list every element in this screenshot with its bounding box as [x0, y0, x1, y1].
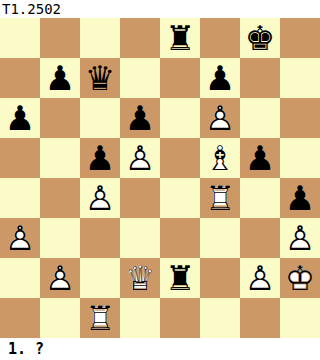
- square-b2[interactable]: ♟♙: [40, 258, 80, 298]
- chess-board: ♜♚♟♛♟♟♟♟♙♟♟♙♝♗♟♟♙♜♖♟♟♙♟♙♟♙♛♕♜♟♙♚♔♜♖: [0, 18, 320, 338]
- square-d7[interactable]: [120, 58, 160, 98]
- piece-white-king[interactable]: ♚♔: [280, 258, 320, 298]
- piece-fill: ♟: [200, 58, 240, 98]
- piece-fill: ♟: [280, 178, 320, 218]
- square-g1[interactable]: [240, 298, 280, 338]
- piece-black-pawn[interactable]: ♟: [120, 98, 160, 138]
- square-f3[interactable]: [200, 218, 240, 258]
- square-f1[interactable]: [200, 298, 240, 338]
- piece-white-pawn[interactable]: ♟♙: [120, 138, 160, 178]
- square-a4[interactable]: [0, 178, 40, 218]
- square-e1[interactable]: [160, 298, 200, 338]
- square-b8[interactable]: [40, 18, 80, 58]
- square-b1[interactable]: [40, 298, 80, 338]
- piece-outline: ♙: [120, 138, 160, 178]
- square-e4[interactable]: [160, 178, 200, 218]
- piece-black-pawn[interactable]: ♟: [40, 58, 80, 98]
- piece-outline: ♖: [80, 298, 120, 338]
- piece-outline: ♔: [280, 258, 320, 298]
- square-c5[interactable]: ♟: [80, 138, 120, 178]
- square-h8[interactable]: [280, 18, 320, 58]
- square-f5[interactable]: ♝♗: [200, 138, 240, 178]
- square-b6[interactable]: [40, 98, 80, 138]
- square-f8[interactable]: [200, 18, 240, 58]
- square-d3[interactable]: [120, 218, 160, 258]
- square-a2[interactable]: [0, 258, 40, 298]
- square-d1[interactable]: [120, 298, 160, 338]
- square-h7[interactable]: [280, 58, 320, 98]
- square-c2[interactable]: [80, 258, 120, 298]
- square-c6[interactable]: [80, 98, 120, 138]
- piece-outline: ♙: [0, 218, 40, 258]
- piece-fill: ♟: [120, 98, 160, 138]
- square-f2[interactable]: [200, 258, 240, 298]
- square-e7[interactable]: [160, 58, 200, 98]
- square-a1[interactable]: [0, 298, 40, 338]
- tactics-trainer-window: T1.2502 ♜♚♟♛♟♟♟♟♙♟♟♙♝♗♟♟♙♜♖♟♟♙♟♙♟♙♛♕♜♟♙♚…: [0, 0, 320, 360]
- square-f4[interactable]: ♜♖: [200, 178, 240, 218]
- square-e6[interactable]: [160, 98, 200, 138]
- square-g7[interactable]: [240, 58, 280, 98]
- square-h6[interactable]: [280, 98, 320, 138]
- square-c4[interactable]: ♟♙: [80, 178, 120, 218]
- square-g2[interactable]: ♟♙: [240, 258, 280, 298]
- square-g8[interactable]: ♚: [240, 18, 280, 58]
- piece-black-pawn[interactable]: ♟: [0, 98, 40, 138]
- square-f7[interactable]: ♟: [200, 58, 240, 98]
- piece-white-pawn[interactable]: ♟♙: [200, 98, 240, 138]
- square-g5[interactable]: ♟: [240, 138, 280, 178]
- square-h1[interactable]: [280, 298, 320, 338]
- piece-black-rook[interactable]: ♜: [160, 258, 200, 298]
- piece-white-pawn[interactable]: ♟♙: [280, 218, 320, 258]
- square-d4[interactable]: [120, 178, 160, 218]
- square-c3[interactable]: [80, 218, 120, 258]
- square-c8[interactable]: [80, 18, 120, 58]
- piece-outline: ♙: [280, 218, 320, 258]
- piece-black-pawn[interactable]: ♟: [240, 138, 280, 178]
- square-a6[interactable]: ♟: [0, 98, 40, 138]
- square-b5[interactable]: [40, 138, 80, 178]
- square-a5[interactable]: [0, 138, 40, 178]
- piece-white-rook[interactable]: ♜♖: [80, 298, 120, 338]
- piece-white-pawn[interactable]: ♟♙: [0, 218, 40, 258]
- square-h3[interactable]: ♟♙: [280, 218, 320, 258]
- square-h4[interactable]: ♟: [280, 178, 320, 218]
- piece-fill: ♟: [40, 58, 80, 98]
- piece-white-queen[interactable]: ♛♕: [120, 258, 160, 298]
- piece-black-queen[interactable]: ♛: [80, 58, 120, 98]
- square-b7[interactable]: ♟: [40, 58, 80, 98]
- piece-white-pawn[interactable]: ♟♙: [240, 258, 280, 298]
- piece-white-pawn[interactable]: ♟♙: [80, 178, 120, 218]
- piece-black-pawn[interactable]: ♟: [200, 58, 240, 98]
- square-h2[interactable]: ♚♔: [280, 258, 320, 298]
- piece-outline: ♙: [200, 98, 240, 138]
- square-a8[interactable]: [0, 18, 40, 58]
- piece-outline: ♗: [200, 138, 240, 178]
- piece-fill: ♜: [160, 258, 200, 298]
- piece-white-rook[interactable]: ♜♖: [200, 178, 240, 218]
- puzzle-id-label: T1.2502: [0, 0, 320, 18]
- square-f6[interactable]: ♟♙: [200, 98, 240, 138]
- piece-white-pawn[interactable]: ♟♙: [40, 258, 80, 298]
- square-g3[interactable]: [240, 218, 280, 258]
- square-a3[interactable]: ♟♙: [0, 218, 40, 258]
- square-h5[interactable]: [280, 138, 320, 178]
- piece-fill: ♛: [80, 58, 120, 98]
- square-a7[interactable]: [0, 58, 40, 98]
- piece-outline: ♖: [200, 178, 240, 218]
- piece-fill: ♟: [80, 138, 120, 178]
- square-d8[interactable]: [120, 18, 160, 58]
- piece-fill: ♚: [240, 18, 280, 58]
- square-e8[interactable]: ♜: [160, 18, 200, 58]
- square-e3[interactable]: [160, 218, 200, 258]
- square-e5[interactable]: [160, 138, 200, 178]
- piece-black-rook[interactable]: ♜: [160, 18, 200, 58]
- piece-black-king[interactable]: ♚: [240, 18, 280, 58]
- square-c7[interactable]: ♛: [80, 58, 120, 98]
- piece-outline: ♙: [240, 258, 280, 298]
- square-b4[interactable]: [40, 178, 80, 218]
- piece-fill: ♟: [0, 98, 40, 138]
- square-e2[interactable]: ♜: [160, 258, 200, 298]
- square-g6[interactable]: [240, 98, 280, 138]
- piece-black-pawn[interactable]: ♟: [80, 138, 120, 178]
- piece-black-pawn[interactable]: ♟: [280, 178, 320, 218]
- piece-white-bishop[interactable]: ♝♗: [200, 138, 240, 178]
- piece-fill: ♜: [160, 18, 200, 58]
- square-b3[interactable]: [40, 218, 80, 258]
- piece-outline: ♙: [80, 178, 120, 218]
- piece-fill: ♟: [240, 138, 280, 178]
- square-d6[interactable]: ♟: [120, 98, 160, 138]
- square-d2[interactable]: ♛♕: [120, 258, 160, 298]
- move-prompt-label: 1. ?: [0, 338, 320, 360]
- piece-outline: ♕: [120, 258, 160, 298]
- square-d5[interactable]: ♟♙: [120, 138, 160, 178]
- piece-outline: ♙: [40, 258, 80, 298]
- square-g4[interactable]: [240, 178, 280, 218]
- square-c1[interactable]: ♜♖: [80, 298, 120, 338]
